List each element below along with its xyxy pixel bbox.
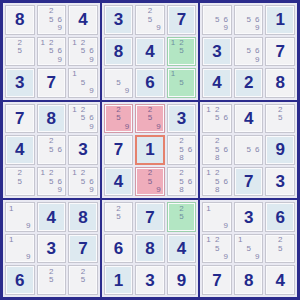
cell-value: 4 xyxy=(244,110,253,127)
candidate-mark xyxy=(154,7,163,16)
candidate-mark xyxy=(213,253,222,262)
sudoku-cell-r1c6[interactable]: 7 xyxy=(167,5,197,35)
sudoku-cell-r3c3[interactable]: 159 xyxy=(68,68,98,98)
candidate-mark: 6 xyxy=(253,146,262,155)
candidate-mark xyxy=(204,24,213,33)
candidate-mark: 9 xyxy=(253,253,262,262)
candidate-mark xyxy=(221,154,230,163)
candidate-mark xyxy=(186,213,195,222)
sudoku-cell-r7c3[interactable]: 8 xyxy=(68,202,98,232)
sudoku-cell-r9c3[interactable]: 25 xyxy=(68,265,98,295)
cell-value: 6 xyxy=(114,240,123,257)
candidate-mark xyxy=(70,79,79,88)
candidate-mark xyxy=(169,87,178,96)
candidate-mark: 6 xyxy=(56,146,65,155)
sudoku-cell-r7c7[interactable]: 19 xyxy=(202,202,232,232)
candidate-mark xyxy=(7,221,16,230)
sudoku-cell-r6c7[interactable]: 12568 xyxy=(202,167,232,197)
sudoku-cell-r7c2[interactable]: 4 xyxy=(37,202,67,232)
candidate-mark xyxy=(24,177,33,186)
candidate-mark: 6 xyxy=(221,177,230,186)
sudoku-cell-r5c1[interactable]: 4 xyxy=(5,135,35,165)
sudoku-cell-r3c7[interactable]: 4 xyxy=(202,68,232,98)
candidate-mark xyxy=(137,169,146,178)
sudoku-cell-r6c2[interactable]: 12569 xyxy=(37,167,67,197)
sudoku-cell-r8c9[interactable]: 25 xyxy=(265,234,295,264)
candidate-mark xyxy=(16,186,25,195)
candidate-mark xyxy=(186,204,195,213)
candidate-mark xyxy=(47,24,56,33)
candidate-mark xyxy=(236,47,245,56)
candidate-mark xyxy=(70,186,79,195)
sudoku-box: 325978412559615 xyxy=(102,3,199,100)
candidate-mark xyxy=(7,177,16,186)
candidate-mark xyxy=(244,253,253,262)
cell-value: 4 xyxy=(78,11,87,28)
candidate-mark xyxy=(284,114,293,123)
candidate-mark xyxy=(123,106,132,115)
candidate-mark xyxy=(47,186,56,195)
candidate-mark xyxy=(186,221,195,230)
sudoku-cell-r6c5[interactable]: 259 xyxy=(135,167,165,197)
candidate-mark xyxy=(87,169,96,178)
candidate-mark xyxy=(284,106,293,115)
sudoku-cell-r4c4[interactable]: 259 xyxy=(104,104,134,134)
candidate-mark xyxy=(39,186,48,195)
candidate-mark xyxy=(24,204,33,213)
candidate-mark: 1 xyxy=(39,39,48,48)
sudoku-box: 82569425125691256937159 xyxy=(3,3,100,100)
cell-value: 7 xyxy=(78,240,87,257)
candidate-mark: 9 xyxy=(56,186,65,195)
sudoku-cell-r7c5[interactable]: 7 xyxy=(135,202,165,232)
sudoku-box: 569569135697428 xyxy=(200,3,297,100)
sudoku-cell-r1c8[interactable]: 569 xyxy=(234,5,264,35)
cell-value: 4 xyxy=(145,43,154,60)
candidate-mark xyxy=(7,169,16,178)
sudoku-cell-r4c1[interactable]: 7 xyxy=(5,104,35,134)
cell-value: 7 xyxy=(212,272,221,289)
candidate-grid: 12569 xyxy=(39,169,65,195)
candidate-mark xyxy=(39,7,48,16)
candidate-grid: 2569 xyxy=(39,7,65,33)
candidate-mark xyxy=(267,106,276,115)
candidate-mark: 2 xyxy=(177,169,186,178)
sudoku-cell-r9c8[interactable]: 8 xyxy=(234,265,264,295)
sudoku-cell-r7c4[interactable]: 25 xyxy=(104,202,134,232)
candidate-mark: 5 xyxy=(16,177,25,186)
candidate-mark xyxy=(79,56,88,65)
sudoku-box: 1948193762525 xyxy=(3,200,100,297)
candidate-mark xyxy=(106,87,115,96)
candidate-mark xyxy=(213,123,222,132)
candidate-mark xyxy=(56,154,65,163)
cell-value: 3 xyxy=(114,11,123,28)
sudoku-cell-r5c5[interactable]: 1 xyxy=(135,135,165,165)
candidate-mark xyxy=(146,24,155,33)
cell-value: 8 xyxy=(244,272,253,289)
candidate-mark xyxy=(87,70,96,79)
candidate-mark xyxy=(24,56,33,65)
candidate-mark: 8 xyxy=(177,186,186,195)
candidate-mark xyxy=(47,154,56,163)
candidate-grid: 569 xyxy=(204,7,230,33)
candidate-mark: 2 xyxy=(79,169,88,178)
candidate-mark xyxy=(204,244,213,253)
candidate-mark xyxy=(16,204,25,213)
sudoku-box: 125642525685691256873 xyxy=(200,102,297,199)
candidate-mark xyxy=(169,56,178,65)
candidate-mark xyxy=(284,123,293,132)
sudoku-cell-r3c1[interactable]: 3 xyxy=(5,68,35,98)
candidate-mark xyxy=(284,253,293,262)
candidate-mark: 9 xyxy=(123,87,132,96)
cell-value: 7 xyxy=(145,209,154,226)
sudoku-cell-r5c6[interactable]: 2568 xyxy=(167,135,197,165)
sudoku-cell-r8c1[interactable]: 19 xyxy=(5,234,35,264)
cell-value: 7 xyxy=(275,43,284,60)
candidate-mark xyxy=(16,253,25,262)
candidate-mark xyxy=(236,146,245,155)
candidate-mark: 9 xyxy=(221,24,230,33)
candidate-mark: 5 xyxy=(79,114,88,123)
candidate-mark xyxy=(204,114,213,123)
candidate-mark xyxy=(39,16,48,25)
candidate-mark xyxy=(186,39,195,48)
candidate-mark xyxy=(16,221,25,230)
sudoku-cell-r9c5[interactable]: 3 xyxy=(135,265,165,295)
sudoku-cell-r5c4[interactable]: 7 xyxy=(104,135,134,165)
candidate-mark: 1 xyxy=(39,169,48,178)
candidate-mark xyxy=(177,87,186,96)
candidate-grid: 159 xyxy=(70,70,96,96)
candidate-mark xyxy=(137,186,146,195)
candidate-mark: 1 xyxy=(204,204,213,213)
sudoku-cell-r8c7[interactable]: 1259 xyxy=(202,234,232,264)
cell-value: 3 xyxy=(275,173,284,190)
cell-value: 8 xyxy=(78,209,87,226)
cell-value: 4 xyxy=(15,141,24,158)
candidate-mark xyxy=(213,204,222,213)
sudoku-cell-r2c2[interactable]: 12569 xyxy=(37,37,67,67)
candidate-mark xyxy=(244,24,253,33)
candidate-mark xyxy=(79,284,88,293)
candidate-mark xyxy=(169,47,178,56)
sudoku-cell-r7c9[interactable]: 6 xyxy=(265,202,295,232)
candidate-mark xyxy=(146,123,155,132)
sudoku-cell-r6c6[interactable]: 2568 xyxy=(167,167,197,197)
cell-value: 4 xyxy=(212,74,221,91)
candidate-mark xyxy=(56,267,65,276)
cell-value: 7 xyxy=(177,11,186,28)
candidate-mark: 9 xyxy=(24,253,33,262)
candidate-mark: 9 xyxy=(56,24,65,33)
candidate-grid: 15 xyxy=(169,70,195,96)
candidate-mark: 5 xyxy=(276,114,285,123)
sudoku-cell-r5c2[interactable]: 256 xyxy=(37,135,67,165)
candidate-mark xyxy=(169,154,178,163)
sudoku-cell-r9c2[interactable]: 25 xyxy=(37,265,67,295)
candidate-mark: 1 xyxy=(70,106,79,115)
sudoku-cell-r3c8[interactable]: 2 xyxy=(234,68,264,98)
candidate-mark xyxy=(204,186,213,195)
sudoku-cell-r4c5[interactable]: 259 xyxy=(135,104,165,134)
candidate-mark: 5 xyxy=(47,146,56,155)
sudoku-cell-r4c6[interactable]: 3 xyxy=(167,104,197,134)
cell-value: 6 xyxy=(15,272,24,289)
candidate-mark xyxy=(70,56,79,65)
sudoku-cell-r6c1[interactable]: 25 xyxy=(5,167,35,197)
candidate-grid: 1259 xyxy=(204,236,230,262)
candidate-mark xyxy=(284,236,293,245)
sudoku-cell-r8c5[interactable]: 8 xyxy=(135,234,165,264)
cell-value: 4 xyxy=(275,272,284,289)
candidate-mark xyxy=(186,70,195,79)
candidate-mark xyxy=(186,87,195,96)
candidate-mark xyxy=(87,267,96,276)
sudoku-cell-r9c9[interactable]: 4 xyxy=(265,265,295,295)
candidate-mark xyxy=(70,177,79,186)
candidate-mark: 9 xyxy=(87,186,96,195)
candidate-mark: 5 xyxy=(244,244,253,253)
sudoku-cell-r3c6[interactable]: 15 xyxy=(167,68,197,98)
candidate-mark: 6 xyxy=(186,177,195,186)
candidate-grid: 569 xyxy=(236,7,262,33)
candidate-grid: 59 xyxy=(106,70,132,96)
sudoku-cell-r3c9[interactable]: 8 xyxy=(265,68,295,98)
candidate-mark xyxy=(79,87,88,96)
candidate-mark xyxy=(114,221,123,230)
sudoku-cell-r1c1[interactable]: 8 xyxy=(5,5,35,35)
sudoku-cell-r2c3[interactable]: 12569 xyxy=(68,37,98,67)
candidate-grid: 259 xyxy=(137,106,163,132)
candidate-grid: 56 xyxy=(236,137,262,163)
candidate-mark xyxy=(16,236,25,245)
candidate-mark xyxy=(39,47,48,56)
candidate-mark: 9 xyxy=(154,24,163,33)
cell-value: 8 xyxy=(275,74,284,91)
sudoku-cell-r2c9[interactable]: 7 xyxy=(265,37,295,67)
sudoku-cell-r4c3[interactable]: 12569 xyxy=(68,104,98,134)
sudoku-cell-r8c3[interactable]: 7 xyxy=(68,234,98,264)
candidate-mark xyxy=(24,47,33,56)
sudoku-cell-r1c3[interactable]: 4 xyxy=(68,5,98,35)
candidate-mark xyxy=(16,213,25,222)
candidate-mark xyxy=(70,47,79,56)
candidate-mark: 6 xyxy=(221,146,230,155)
candidate-mark xyxy=(169,137,178,146)
candidate-mark: 5 xyxy=(177,47,186,56)
sudoku-cell-r4c8[interactable]: 4 xyxy=(234,104,264,134)
cell-value: 8 xyxy=(145,240,154,257)
candidate-mark xyxy=(236,24,245,33)
cell-value: 3 xyxy=(145,272,154,289)
candidate-mark: 5 xyxy=(47,16,56,25)
candidate-mark xyxy=(79,186,88,195)
candidate-grid: 19 xyxy=(7,236,33,262)
sudoku-cell-r2c7[interactable]: 3 xyxy=(202,37,232,67)
candidate-mark xyxy=(123,70,132,79)
candidate-grid: 12568 xyxy=(204,169,230,195)
sudoku-cell-r6c3[interactable]: 12569 xyxy=(68,167,98,197)
candidate-mark xyxy=(186,186,195,195)
candidate-mark: 9 xyxy=(87,123,96,132)
candidate-mark xyxy=(221,204,230,213)
sudoku-cell-r9c6[interactable]: 9 xyxy=(167,265,197,295)
sudoku-cell-r8c4[interactable]: 6 xyxy=(104,234,134,264)
candidate-mark: 5 xyxy=(177,79,186,88)
sudoku-box: 259259371256842592568 xyxy=(102,102,199,199)
candidate-grid: 25 xyxy=(267,106,293,132)
sudoku-cell-r6c4[interactable]: 4 xyxy=(104,167,134,197)
candidate-mark xyxy=(253,236,262,245)
sudoku-cell-r5c3[interactable]: 3 xyxy=(68,135,98,165)
candidate-grid: 12569 xyxy=(70,169,96,195)
candidate-mark xyxy=(56,169,65,178)
cell-value: 8 xyxy=(114,43,123,60)
sudoku-cell-r4c2[interactable]: 8 xyxy=(37,104,67,134)
candidate-mark xyxy=(267,236,276,245)
candidate-grid: 25 xyxy=(267,236,293,262)
candidate-mark xyxy=(24,186,33,195)
candidate-mark xyxy=(70,114,79,123)
candidate-grid: 12569 xyxy=(70,39,96,65)
sudoku-cell-r4c7[interactable]: 1256 xyxy=(202,104,232,134)
candidate-mark xyxy=(204,137,213,146)
sudoku-box: 25725684139 xyxy=(102,200,199,297)
sudoku-cell-r7c6[interactable]: 25 xyxy=(167,202,197,232)
sudoku-cell-r1c4[interactable]: 3 xyxy=(104,5,134,35)
sudoku-cell-r2c8[interactable]: 569 xyxy=(234,37,264,67)
candidate-mark xyxy=(177,56,186,65)
candidate-mark: 6 xyxy=(221,114,230,123)
candidate-mark xyxy=(154,169,163,178)
candidate-mark xyxy=(137,177,146,186)
candidate-mark: 5 xyxy=(244,47,253,56)
sudoku-cell-r5c9[interactable]: 9 xyxy=(265,135,295,165)
candidate-mark xyxy=(169,186,178,195)
sudoku-cell-r2c1[interactable]: 25 xyxy=(5,37,35,67)
candidate-mark xyxy=(39,177,48,186)
cell-value: 8 xyxy=(15,11,24,28)
candidate-mark: 5 xyxy=(213,114,222,123)
sudoku-cell-r1c9[interactable]: 1 xyxy=(265,5,295,35)
candidate-mark: 9 xyxy=(253,24,262,33)
candidate-mark xyxy=(106,213,115,222)
sudoku-cell-r7c1[interactable]: 19 xyxy=(5,202,35,232)
candidate-grid: 12569 xyxy=(39,39,65,65)
candidate-mark xyxy=(24,236,33,245)
candidate-mark: 1 xyxy=(236,236,245,245)
sudoku-cell-r7c8[interactable]: 3 xyxy=(234,202,264,232)
sudoku-cell-r2c4[interactable]: 8 xyxy=(104,37,134,67)
cell-value: 3 xyxy=(244,209,253,226)
candidate-mark xyxy=(276,253,285,262)
sudoku-cell-r3c5[interactable]: 6 xyxy=(135,68,165,98)
candidate-mark: 5 xyxy=(244,16,253,25)
sudoku-cell-r3c2[interactable]: 7 xyxy=(37,68,67,98)
candidate-mark xyxy=(137,7,146,16)
candidate-mark xyxy=(137,114,146,123)
candidate-mark xyxy=(213,213,222,222)
candidate-mark xyxy=(276,123,285,132)
sudoku-cell-r1c7[interactable]: 569 xyxy=(202,5,232,35)
candidate-grid: 125 xyxy=(169,39,195,65)
candidate-mark xyxy=(236,253,245,262)
candidate-mark xyxy=(221,169,230,178)
candidate-mark xyxy=(221,186,230,195)
sudoku-cell-r3c4[interactable]: 59 xyxy=(104,68,134,98)
sudoku-cell-r5c7[interactable]: 2568 xyxy=(202,135,232,165)
candidate-grid: 259 xyxy=(137,7,163,33)
candidate-mark xyxy=(236,154,245,163)
sudoku-box: 781256942563251256912569 xyxy=(3,102,100,199)
candidate-grid: 159 xyxy=(236,236,262,262)
candidate-mark: 5 xyxy=(114,114,123,123)
candidate-mark xyxy=(213,24,222,33)
sudoku-cell-r8c6[interactable]: 4 xyxy=(167,234,197,264)
candidate-mark: 9 xyxy=(24,221,33,230)
cell-value: 1 xyxy=(145,141,154,158)
sudoku-cell-r2c6[interactable]: 125 xyxy=(167,37,197,67)
sudoku-cell-r6c8[interactable]: 7 xyxy=(234,167,264,197)
candidate-mark xyxy=(70,267,79,276)
candidate-mark xyxy=(87,276,96,285)
candidate-mark: 1 xyxy=(204,106,213,115)
sudoku-cell-r9c7[interactable]: 7 xyxy=(202,265,232,295)
cell-value: 4 xyxy=(47,209,56,226)
candidate-mark xyxy=(70,276,79,285)
sudoku-cell-r8c8[interactable]: 159 xyxy=(234,234,264,264)
candidate-mark xyxy=(24,169,33,178)
cell-value: 4 xyxy=(114,173,123,190)
candidate-mark: 5 xyxy=(47,276,56,285)
candidate-mark xyxy=(47,284,56,293)
sudoku-cell-r5c8[interactable]: 56 xyxy=(234,135,264,165)
candidate-mark xyxy=(39,284,48,293)
sudoku-cell-r8c2[interactable]: 3 xyxy=(37,234,67,264)
candidate-mark: 1 xyxy=(70,39,79,48)
candidate-mark: 1 xyxy=(7,204,16,213)
sudoku-cell-r9c4[interactable]: 1 xyxy=(104,265,134,295)
cell-value: 7 xyxy=(114,141,123,158)
candidate-mark xyxy=(267,123,276,132)
sudoku-cell-r1c5[interactable]: 259 xyxy=(135,5,165,35)
candidate-mark xyxy=(204,221,213,230)
cell-value: 1 xyxy=(275,11,284,28)
sudoku-cell-r9c1[interactable]: 6 xyxy=(5,265,35,295)
candidate-mark: 1 xyxy=(169,70,178,79)
sudoku-cell-r6c9[interactable]: 3 xyxy=(265,167,295,197)
candidate-mark: 5 xyxy=(146,177,155,186)
candidate-mark: 2 xyxy=(47,169,56,178)
sudoku-cell-r4c9[interactable]: 25 xyxy=(265,104,295,134)
sudoku-cell-r1c2[interactable]: 2569 xyxy=(37,5,67,35)
candidate-mark xyxy=(123,221,132,230)
candidate-mark xyxy=(236,244,245,253)
candidate-mark: 9 xyxy=(221,253,230,262)
candidate-mark: 1 xyxy=(204,236,213,245)
candidate-mark xyxy=(267,253,276,262)
candidate-mark xyxy=(146,186,155,195)
candidate-mark xyxy=(236,137,245,146)
candidate-mark: 5 xyxy=(114,79,123,88)
candidate-mark xyxy=(204,253,213,262)
sudoku-cell-r2c5[interactable]: 4 xyxy=(135,37,165,67)
candidate-mark: 1 xyxy=(204,169,213,178)
cell-value: 3 xyxy=(78,141,87,158)
candidate-grid: 19 xyxy=(204,204,230,230)
